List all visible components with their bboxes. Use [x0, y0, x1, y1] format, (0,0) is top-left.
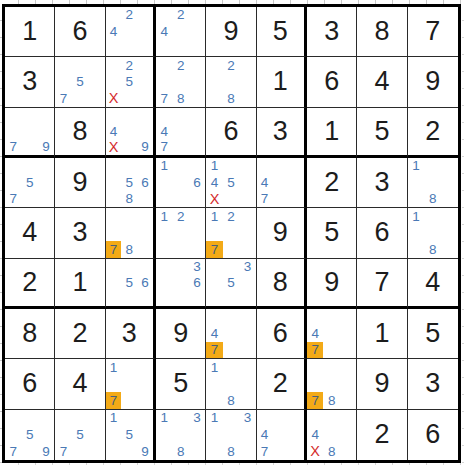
cell-r2c8[interactable]: 4	[357, 57, 407, 107]
candidate-4: 4	[106, 123, 122, 139]
candidate-8: 8	[323, 392, 339, 408]
cell-r2c9[interactable]: 9	[408, 57, 458, 107]
candidate-6: 6	[137, 274, 153, 290]
candidate-3: 3	[239, 259, 255, 275]
cell-r3c7[interactable]: 1	[307, 108, 357, 158]
solved-digit: 9	[173, 320, 188, 347]
cell-r8c6[interactable]: 2	[257, 359, 307, 409]
solved-digit: 5	[273, 18, 288, 45]
candidate-7: 7	[5, 139, 21, 155]
solved-digit: 2	[72, 320, 87, 347]
candidate-8: 8	[223, 90, 239, 106]
candidate-8: 8	[121, 241, 137, 257]
pencil-marks: 278	[156, 57, 205, 106]
eliminated-candidate-x-7: X	[307, 443, 323, 460]
candidate-1: 1	[206, 410, 222, 427]
cell-r4c8[interactable]: 3	[357, 158, 407, 208]
pencil-marks: 579	[5, 410, 54, 460]
solved-digit: 3	[22, 68, 37, 95]
cell-r1c6[interactable]: 5	[257, 7, 307, 57]
pencil-marks: 79	[5, 108, 54, 155]
cell-r8c3[interactable]: 17	[106, 359, 156, 409]
cell-r3c5[interactable]: 6	[206, 108, 256, 158]
pencil-marks: 568	[106, 158, 153, 207]
solved-digit: 4	[22, 219, 37, 246]
highlighted-candidate-7: 7	[307, 342, 323, 358]
cell-r5c1[interactable]: 4	[5, 208, 55, 258]
candidate-1: 1	[156, 208, 172, 224]
pencil-marks: 57	[55, 410, 104, 460]
cell-r6c2[interactable]: 1	[55, 259, 105, 309]
candidate-7: 7	[55, 90, 71, 106]
candidate-1: 1	[106, 410, 122, 427]
solved-digit: 2	[374, 421, 389, 448]
cell-r7c2[interactable]: 2	[55, 309, 105, 359]
cell-r4c3[interactable]: 568	[106, 158, 156, 208]
eliminated-candidate-x-7: X	[106, 90, 122, 106]
pencil-marks: 24	[106, 7, 153, 56]
highlighted-candidate-7: 7	[307, 392, 323, 408]
candidate-1: 1	[408, 158, 425, 174]
cell-r7c5[interactable]: 47	[206, 309, 256, 359]
cell-r7c1[interactable]: 8	[5, 309, 55, 359]
solved-digit: 2	[324, 169, 339, 196]
candidate-5: 5	[121, 74, 137, 90]
candidate-5: 5	[21, 426, 37, 443]
candidate-8: 8	[121, 191, 137, 207]
cell-r6c5[interactable]: 35	[206, 259, 256, 309]
pencil-marks: 47	[156, 108, 205, 155]
solved-digit: 6	[374, 219, 389, 246]
cell-r6c7[interactable]: 9	[307, 259, 357, 309]
candidate-4: 4	[307, 325, 323, 341]
cell-r2c2[interactable]: 57	[55, 57, 105, 107]
cell-r2c5[interactable]: 28	[206, 57, 256, 107]
solved-digit: 9	[425, 68, 440, 95]
candidate-1: 1	[206, 158, 222, 174]
solved-digit: 3	[72, 219, 87, 246]
cell-r5c9[interactable]: 18	[408, 208, 458, 258]
cell-r1c8[interactable]: 8	[357, 7, 407, 57]
cell-r8c5[interactable]: 18	[206, 359, 256, 409]
pencil-marks: 18	[408, 158, 458, 207]
candidate-4: 4	[257, 174, 273, 190]
candidate-8: 8	[223, 443, 239, 460]
candidate-4: 4	[156, 123, 172, 139]
cell-r9c3[interactable]: 159	[106, 410, 156, 460]
solved-digit: 9	[273, 219, 288, 246]
candidate-8: 8	[172, 443, 188, 460]
cell-r2c7[interactable]: 6	[307, 57, 357, 107]
solved-digit: 2	[425, 118, 440, 145]
candidate-1: 1	[206, 208, 222, 224]
cell-r2c1[interactable]: 3	[5, 57, 55, 107]
cell-r6c9[interactable]: 4	[408, 259, 458, 309]
pencil-marks: 12	[156, 208, 205, 257]
solved-digit: 3	[122, 320, 137, 347]
cell-r1c3[interactable]: 24	[106, 7, 156, 57]
cell-r4c6[interactable]: 47	[257, 158, 307, 208]
candidate-5: 5	[121, 426, 137, 443]
cell-r9c7[interactable]: 4X8	[307, 410, 357, 460]
candidate-1: 1	[156, 410, 172, 427]
candidate-5: 5	[72, 74, 88, 90]
candidate-6: 6	[189, 274, 205, 290]
cell-r5c8[interactable]: 6	[357, 208, 407, 258]
candidate-8: 8	[172, 90, 188, 106]
cell-r4c2[interactable]: 9	[55, 158, 105, 208]
cell-r3c4[interactable]: 47	[156, 108, 206, 158]
cell-r6c3[interactable]: 56	[106, 259, 156, 309]
candidate-2: 2	[172, 208, 188, 224]
cell-r7c9[interactable]: 5	[408, 309, 458, 359]
solved-digit: 6	[324, 68, 339, 95]
pencil-marks: 78	[106, 208, 153, 257]
candidate-3: 3	[239, 410, 255, 427]
cell-r5c3[interactable]: 78	[106, 208, 156, 258]
solved-digit: 6	[72, 18, 87, 45]
cell-r9c5[interactable]: 138	[206, 410, 256, 460]
candidate-5: 5	[21, 174, 37, 190]
candidate-7: 7	[257, 443, 273, 460]
solved-digit: 3	[273, 118, 288, 145]
cell-r7c7[interactable]: 47	[307, 309, 357, 359]
candidate-8: 8	[323, 443, 339, 460]
candidate-9: 9	[137, 443, 153, 460]
candidate-9: 9	[137, 139, 153, 155]
cell-r4c7[interactable]: 2	[307, 158, 357, 208]
cell-r4c4[interactable]: 16	[156, 158, 206, 208]
cell-r1c4[interactable]: 24	[156, 7, 206, 57]
solved-digit: 2	[22, 269, 37, 296]
candidate-7: 7	[257, 191, 273, 207]
cell-r8c1[interactable]: 6	[5, 359, 55, 409]
cell-r3c6[interactable]: 3	[257, 108, 307, 158]
solved-digit: 8	[273, 269, 288, 296]
candidate-4: 4	[307, 426, 323, 443]
cell-r1c1[interactable]: 1	[5, 7, 55, 57]
cell-r2c3[interactable]: 25X	[106, 57, 156, 107]
candidate-4: 4	[257, 426, 273, 443]
cell-r5c2[interactable]: 3	[55, 208, 105, 258]
candidate-5: 5	[223, 274, 239, 290]
cell-r3c9[interactable]: 2	[408, 108, 458, 158]
candidate-4: 4	[156, 23, 172, 39]
solved-digit: 3	[324, 18, 339, 45]
candidate-2: 2	[172, 57, 188, 73]
pencil-marks: 47	[206, 309, 255, 358]
cell-r5c6[interactable]: 9	[257, 208, 307, 258]
solved-digit: 4	[425, 269, 440, 296]
candidate-2: 2	[223, 57, 239, 73]
solved-digit: 3	[425, 370, 440, 397]
candidate-3: 3	[189, 259, 205, 275]
candidate-3: 3	[189, 410, 205, 427]
solved-digit: 1	[72, 269, 87, 296]
solved-digit: 1	[22, 18, 37, 45]
solved-digit: 5	[425, 320, 440, 347]
solved-digit: 1	[273, 68, 288, 95]
solved-digit: 7	[425, 18, 440, 45]
cell-r7c8[interactable]: 1	[357, 309, 407, 359]
sudoku-board: 1624249538735725X2782816497984X947631525…	[2, 4, 461, 463]
pencil-marks: 127	[206, 208, 255, 257]
solved-digit: 9	[374, 370, 389, 397]
cell-r4c9[interactable]: 18	[408, 158, 458, 208]
highlighted-candidate-7: 7	[206, 241, 222, 257]
candidate-9: 9	[38, 443, 54, 460]
cell-r8c2[interactable]: 4	[55, 359, 105, 409]
candidate-1: 1	[106, 359, 122, 375]
pencil-marks: 16	[156, 158, 205, 207]
cell-r6c6[interactable]: 8	[257, 259, 307, 309]
solved-digit: 6	[223, 118, 238, 145]
candidate-8: 8	[424, 241, 441, 257]
candidate-5: 5	[121, 274, 137, 290]
candidate-8: 8	[424, 191, 441, 207]
cell-r8c4[interactable]: 5	[156, 359, 206, 409]
pencil-marks: 159	[106, 410, 153, 460]
pencil-marks: 138	[156, 410, 205, 460]
cell-r3c8[interactable]: 5	[357, 108, 407, 158]
solved-digit: 1	[374, 320, 389, 347]
cell-r8c8[interactable]: 9	[357, 359, 407, 409]
candidate-2: 2	[121, 7, 137, 23]
cell-r8c9[interactable]: 3	[408, 359, 458, 409]
cell-r5c7[interactable]: 5	[307, 208, 357, 258]
candidate-6: 6	[137, 174, 153, 190]
cell-r2c6[interactable]: 1	[257, 57, 307, 107]
cell-r3c1[interactable]: 79	[5, 108, 55, 158]
solved-digit: 8	[374, 18, 389, 45]
solved-digit: 9	[72, 169, 87, 196]
candidate-4: 4	[206, 174, 222, 190]
solved-digit: 7	[374, 269, 389, 296]
candidate-2: 2	[121, 57, 137, 73]
cell-r7c6[interactable]: 6	[257, 309, 307, 359]
cell-r6c4[interactable]: 36	[156, 259, 206, 309]
cell-r1c7[interactable]: 3	[307, 7, 357, 57]
candidate-9: 9	[38, 139, 54, 155]
cell-r9c1[interactable]: 579	[5, 410, 55, 460]
candidate-2: 2	[223, 208, 239, 224]
cell-r4c5[interactable]: 145X	[206, 158, 256, 208]
solved-digit: 8	[72, 118, 87, 145]
pencil-marks: 28	[206, 57, 255, 106]
cell-r6c8[interactable]: 7	[357, 259, 407, 309]
solved-digit: 9	[324, 269, 339, 296]
pencil-marks: 17	[106, 359, 153, 408]
eliminated-candidate-x-7: X	[206, 191, 222, 207]
cell-r1c9[interactable]: 7	[408, 7, 458, 57]
candidate-8: 8	[223, 392, 239, 408]
solved-digit: 6	[22, 370, 37, 397]
cell-r7c4[interactable]: 9	[156, 309, 206, 359]
solved-digit: 5	[374, 118, 389, 145]
cell-r7c3[interactable]: 3	[106, 309, 156, 359]
pencil-marks: 36	[156, 259, 205, 306]
pencil-marks: 24	[156, 7, 205, 56]
candidate-7: 7	[5, 191, 21, 207]
pencil-marks: 47	[257, 410, 304, 460]
cell-r1c5[interactable]: 9	[206, 7, 256, 57]
solved-digit: 4	[374, 68, 389, 95]
pencil-marks: 18	[408, 208, 458, 257]
candidate-7: 7	[156, 139, 172, 155]
cell-r4c1[interactable]: 57	[5, 158, 55, 208]
pencil-marks: 47	[307, 309, 356, 358]
solved-digit: 6	[425, 421, 440, 448]
solved-digit: 6	[273, 320, 288, 347]
pencil-marks: 25X	[106, 57, 153, 106]
candidate-7: 7	[156, 90, 172, 106]
cell-r5c5[interactable]: 127	[206, 208, 256, 258]
candidate-5: 5	[223, 174, 239, 190]
cell-r5c4[interactable]: 12	[156, 208, 206, 258]
pencil-marks: 56	[106, 259, 153, 306]
highlighted-candidate-7: 7	[106, 392, 122, 408]
candidate-7: 7	[55, 443, 71, 460]
pencil-marks: 78	[307, 359, 356, 408]
cell-r1c2[interactable]: 6	[55, 7, 105, 57]
candidate-5: 5	[121, 174, 137, 190]
pencil-marks: 18	[206, 359, 255, 408]
candidate-5: 5	[72, 426, 88, 443]
pencil-marks: 4X8	[307, 410, 356, 460]
solved-digit: 5	[173, 370, 188, 397]
cell-r9c8[interactable]: 2	[357, 410, 407, 460]
solved-digit: 5	[324, 219, 339, 246]
cell-r9c9[interactable]: 6	[408, 410, 458, 460]
pencil-marks: 138	[206, 410, 255, 460]
solved-digit: 9	[223, 18, 238, 45]
cell-r3c3[interactable]: 4X9	[106, 108, 156, 158]
highlighted-candidate-7: 7	[206, 342, 222, 358]
solved-digit: 3	[374, 169, 389, 196]
cell-r9c6[interactable]: 47	[257, 410, 307, 460]
solved-digit: 2	[273, 370, 288, 397]
cell-r8c7[interactable]: 78	[307, 359, 357, 409]
candidate-4: 4	[106, 23, 122, 39]
solved-digit: 1	[324, 118, 339, 145]
candidate-6: 6	[189, 174, 205, 190]
candidate-7: 7	[5, 443, 21, 460]
eliminated-candidate-x-7: X	[106, 139, 122, 155]
cell-r9c2[interactable]: 57	[55, 410, 105, 460]
pencil-marks: 145X	[206, 158, 255, 207]
pencil-marks: 35	[206, 259, 255, 306]
pencil-marks: 57	[5, 158, 54, 207]
candidate-1: 1	[408, 208, 425, 224]
pencil-marks: 47	[257, 158, 304, 207]
cell-r2c4[interactable]: 278	[156, 57, 206, 107]
solved-digit: 4	[72, 370, 87, 397]
candidate-1: 1	[206, 359, 222, 375]
candidate-1: 1	[156, 158, 172, 174]
candidate-4: 4	[206, 325, 222, 341]
cell-r9c4[interactable]: 138	[156, 410, 206, 460]
candidate-2: 2	[172, 7, 188, 23]
highlighted-candidate-7: 7	[106, 241, 122, 257]
pencil-marks: 4X9	[106, 108, 153, 155]
cell-r3c2[interactable]: 8	[55, 108, 105, 158]
pencil-marks: 57	[55, 57, 104, 106]
solved-digit: 8	[22, 320, 37, 347]
cell-r6c1[interactable]: 2	[5, 259, 55, 309]
